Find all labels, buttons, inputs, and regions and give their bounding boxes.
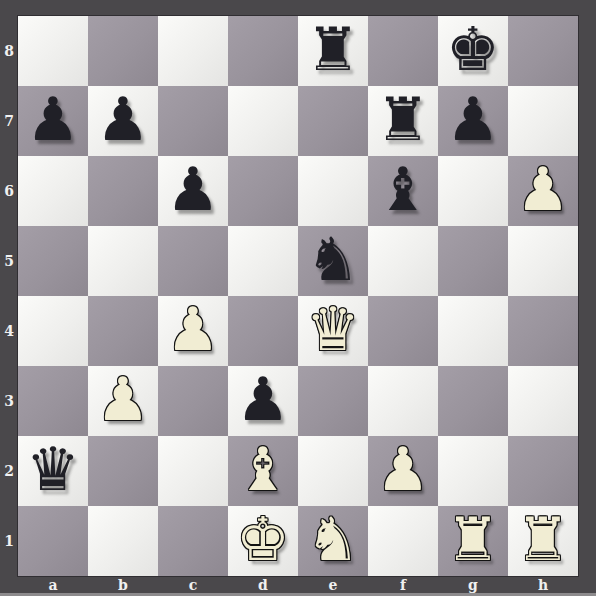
square-g6[interactable] [438, 156, 508, 226]
file-label-b: b [88, 576, 158, 593]
square-e3[interactable] [298, 366, 368, 436]
square-b5[interactable] [88, 226, 158, 296]
chess-board: ♜♚♟♟♜♟♟♝♟♞♟♛♟♟♛♝♟♚♞♜♜ [18, 16, 578, 576]
square-h7[interactable] [508, 86, 578, 156]
file-label-a: a [18, 576, 88, 593]
square-f4[interactable] [368, 296, 438, 366]
square-e4[interactable]: ♛ [298, 296, 368, 366]
square-a3[interactable] [18, 366, 88, 436]
square-a8[interactable] [18, 16, 88, 86]
square-g8[interactable]: ♚ [438, 16, 508, 86]
square-e6[interactable] [298, 156, 368, 226]
square-b2[interactable] [88, 436, 158, 506]
file-labels: abcdefgh [18, 576, 578, 593]
square-f8[interactable] [368, 16, 438, 86]
rank-label-4: 4 [0, 296, 18, 366]
square-h5[interactable] [508, 226, 578, 296]
square-g5[interactable] [438, 226, 508, 296]
white-pawn: ♟ [96, 369, 150, 429]
white-king: ♚ [236, 509, 290, 569]
rank-label-1: 1 [0, 506, 18, 576]
square-g2[interactable] [438, 436, 508, 506]
file-label-g: g [438, 576, 508, 593]
square-d6[interactable] [228, 156, 298, 226]
square-f5[interactable] [368, 226, 438, 296]
square-f7[interactable]: ♜ [368, 86, 438, 156]
white-pawn: ♟ [516, 159, 570, 219]
file-label-h: h [508, 576, 578, 593]
black-pawn: ♟ [96, 89, 150, 149]
black-pawn: ♟ [446, 89, 500, 149]
square-e5[interactable]: ♞ [298, 226, 368, 296]
square-b4[interactable] [88, 296, 158, 366]
black-king: ♚ [446, 19, 500, 79]
square-c7[interactable] [158, 86, 228, 156]
square-c1[interactable] [158, 506, 228, 576]
white-pawn: ♟ [376, 439, 430, 499]
rank-label-2: 2 [0, 436, 18, 506]
square-b7[interactable]: ♟ [88, 86, 158, 156]
square-h6[interactable]: ♟ [508, 156, 578, 226]
white-bishop: ♝ [236, 439, 290, 499]
square-c4[interactable]: ♟ [158, 296, 228, 366]
white-rook: ♜ [446, 509, 500, 569]
square-f2[interactable]: ♟ [368, 436, 438, 506]
black-pawn: ♟ [236, 369, 290, 429]
square-b8[interactable] [88, 16, 158, 86]
square-a2[interactable]: ♛ [18, 436, 88, 506]
square-h3[interactable] [508, 366, 578, 436]
square-e7[interactable] [298, 86, 368, 156]
square-d4[interactable] [228, 296, 298, 366]
rank-label-5: 5 [0, 226, 18, 296]
square-d2[interactable]: ♝ [228, 436, 298, 506]
square-f1[interactable] [368, 506, 438, 576]
file-label-e: e [298, 576, 368, 593]
rank-label-3: 3 [0, 366, 18, 436]
black-knight: ♞ [306, 229, 360, 289]
rank-label-7: 7 [0, 86, 18, 156]
file-label-f: f [368, 576, 438, 593]
square-f3[interactable] [368, 366, 438, 436]
square-e2[interactable] [298, 436, 368, 506]
square-a6[interactable] [18, 156, 88, 226]
square-d3[interactable]: ♟ [228, 366, 298, 436]
square-g1[interactable]: ♜ [438, 506, 508, 576]
square-e8[interactable]: ♜ [298, 16, 368, 86]
file-label-d: d [228, 576, 298, 593]
square-g3[interactable] [438, 366, 508, 436]
square-h2[interactable] [508, 436, 578, 506]
square-h8[interactable] [508, 16, 578, 86]
square-a4[interactable] [18, 296, 88, 366]
square-b3[interactable]: ♟ [88, 366, 158, 436]
white-rook: ♜ [516, 509, 570, 569]
square-a1[interactable] [18, 506, 88, 576]
square-d5[interactable] [228, 226, 298, 296]
square-h1[interactable]: ♜ [508, 506, 578, 576]
white-queen: ♛ [306, 299, 360, 359]
square-d7[interactable] [228, 86, 298, 156]
square-b6[interactable] [88, 156, 158, 226]
white-knight: ♞ [306, 509, 360, 569]
square-e1[interactable]: ♞ [298, 506, 368, 576]
square-d1[interactable]: ♚ [228, 506, 298, 576]
square-f6[interactable]: ♝ [368, 156, 438, 226]
square-b1[interactable] [88, 506, 158, 576]
square-c6[interactable]: ♟ [158, 156, 228, 226]
rank-labels: 87654321 [0, 16, 18, 576]
black-pawn: ♟ [166, 159, 220, 219]
black-rook: ♜ [376, 89, 430, 149]
square-c3[interactable] [158, 366, 228, 436]
square-a5[interactable] [18, 226, 88, 296]
black-pawn: ♟ [26, 89, 80, 149]
rank-label-6: 6 [0, 156, 18, 226]
square-g4[interactable] [438, 296, 508, 366]
white-pawn: ♟ [166, 299, 220, 359]
square-a7[interactable]: ♟ [18, 86, 88, 156]
square-c2[interactable] [158, 436, 228, 506]
file-label-c: c [158, 576, 228, 593]
square-c8[interactable] [158, 16, 228, 86]
rank-label-8: 8 [0, 16, 18, 86]
square-h4[interactable] [508, 296, 578, 366]
black-rook: ♜ [306, 19, 360, 79]
square-c5[interactable] [158, 226, 228, 296]
square-g7[interactable]: ♟ [438, 86, 508, 156]
black-queen: ♛ [26, 439, 80, 499]
black-bishop: ♝ [376, 159, 430, 219]
square-d8[interactable] [228, 16, 298, 86]
